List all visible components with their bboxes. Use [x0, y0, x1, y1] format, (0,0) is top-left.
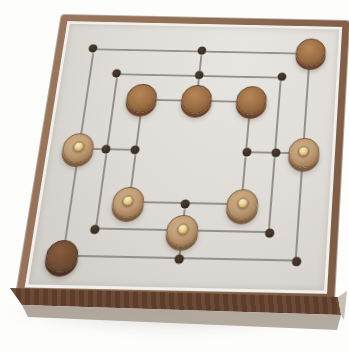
hole-a7 [88, 44, 98, 52]
piece-flat-dark-a1[interactable] [44, 240, 81, 273]
brass-peg-icon [122, 195, 135, 206]
hole-f6 [277, 73, 286, 81]
hole-d7 [197, 47, 207, 55]
wooden-frame [16, 15, 349, 302]
hole-d6 [194, 71, 204, 79]
piece-flat-e5[interactable] [235, 86, 268, 115]
piece-flat-c5[interactable] [124, 84, 158, 113]
piece-flat-d5[interactable] [180, 85, 214, 114]
piece-flat-g7[interactable] [295, 38, 327, 66]
brass-peg-icon [176, 224, 189, 235]
game-box-top [16, 15, 349, 302]
hole-f2 [264, 228, 274, 237]
piece-pegged-e3[interactable] [225, 189, 259, 221]
brass-peg-icon [72, 142, 85, 153]
points-layer [28, 24, 339, 291]
piece-pegged-a4[interactable] [60, 133, 95, 163]
piece-pegged-d2[interactable] [165, 215, 200, 247]
hole-d1 [174, 254, 184, 264]
piece-pegged-c3[interactable] [110, 186, 146, 218]
box-shadow [6, 296, 342, 336]
hole-d3 [180, 199, 190, 208]
hole-g1 [291, 257, 301, 267]
hole-b6 [112, 69, 122, 77]
brass-peg-icon [237, 198, 249, 209]
photo-background [0, 0, 349, 352]
brass-peg-icon [298, 146, 310, 157]
hole-f4 [271, 148, 281, 157]
hole-b2 [90, 225, 101, 234]
hole-c4 [130, 145, 140, 154]
hole-e4 [242, 148, 252, 157]
piece-pegged-g4[interactable] [287, 138, 320, 169]
hole-b4 [101, 145, 111, 154]
board-surface [25, 21, 343, 294]
